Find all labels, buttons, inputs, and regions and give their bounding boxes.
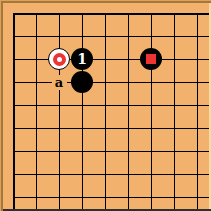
intersection-4-3: 1 bbox=[71, 48, 94, 71]
point-label: a bbox=[52, 75, 67, 90]
white-stone bbox=[48, 48, 70, 70]
black-stone bbox=[71, 71, 93, 93]
board-frame-right-highlight bbox=[209, 3, 211, 209]
move-number: 1 bbox=[77, 52, 87, 67]
intersection-3-4: a bbox=[48, 71, 71, 94]
circle-marker-icon bbox=[53, 53, 66, 66]
intersection-3-3 bbox=[48, 48, 71, 71]
black-stone bbox=[140, 48, 162, 70]
board-frame-top-edge bbox=[0, 1, 211, 3]
go-board: 1a bbox=[0, 0, 211, 211]
square-marker-icon bbox=[146, 54, 156, 64]
intersection-7-3 bbox=[140, 48, 163, 71]
stones-layer: 1a bbox=[2, 2, 209, 209]
intersection-4-4 bbox=[71, 71, 94, 94]
board-frame-left-edge bbox=[1, 1, 3, 211]
board-frame-bottom-shadow bbox=[3, 209, 211, 211]
black-stone: 1 bbox=[71, 48, 93, 70]
